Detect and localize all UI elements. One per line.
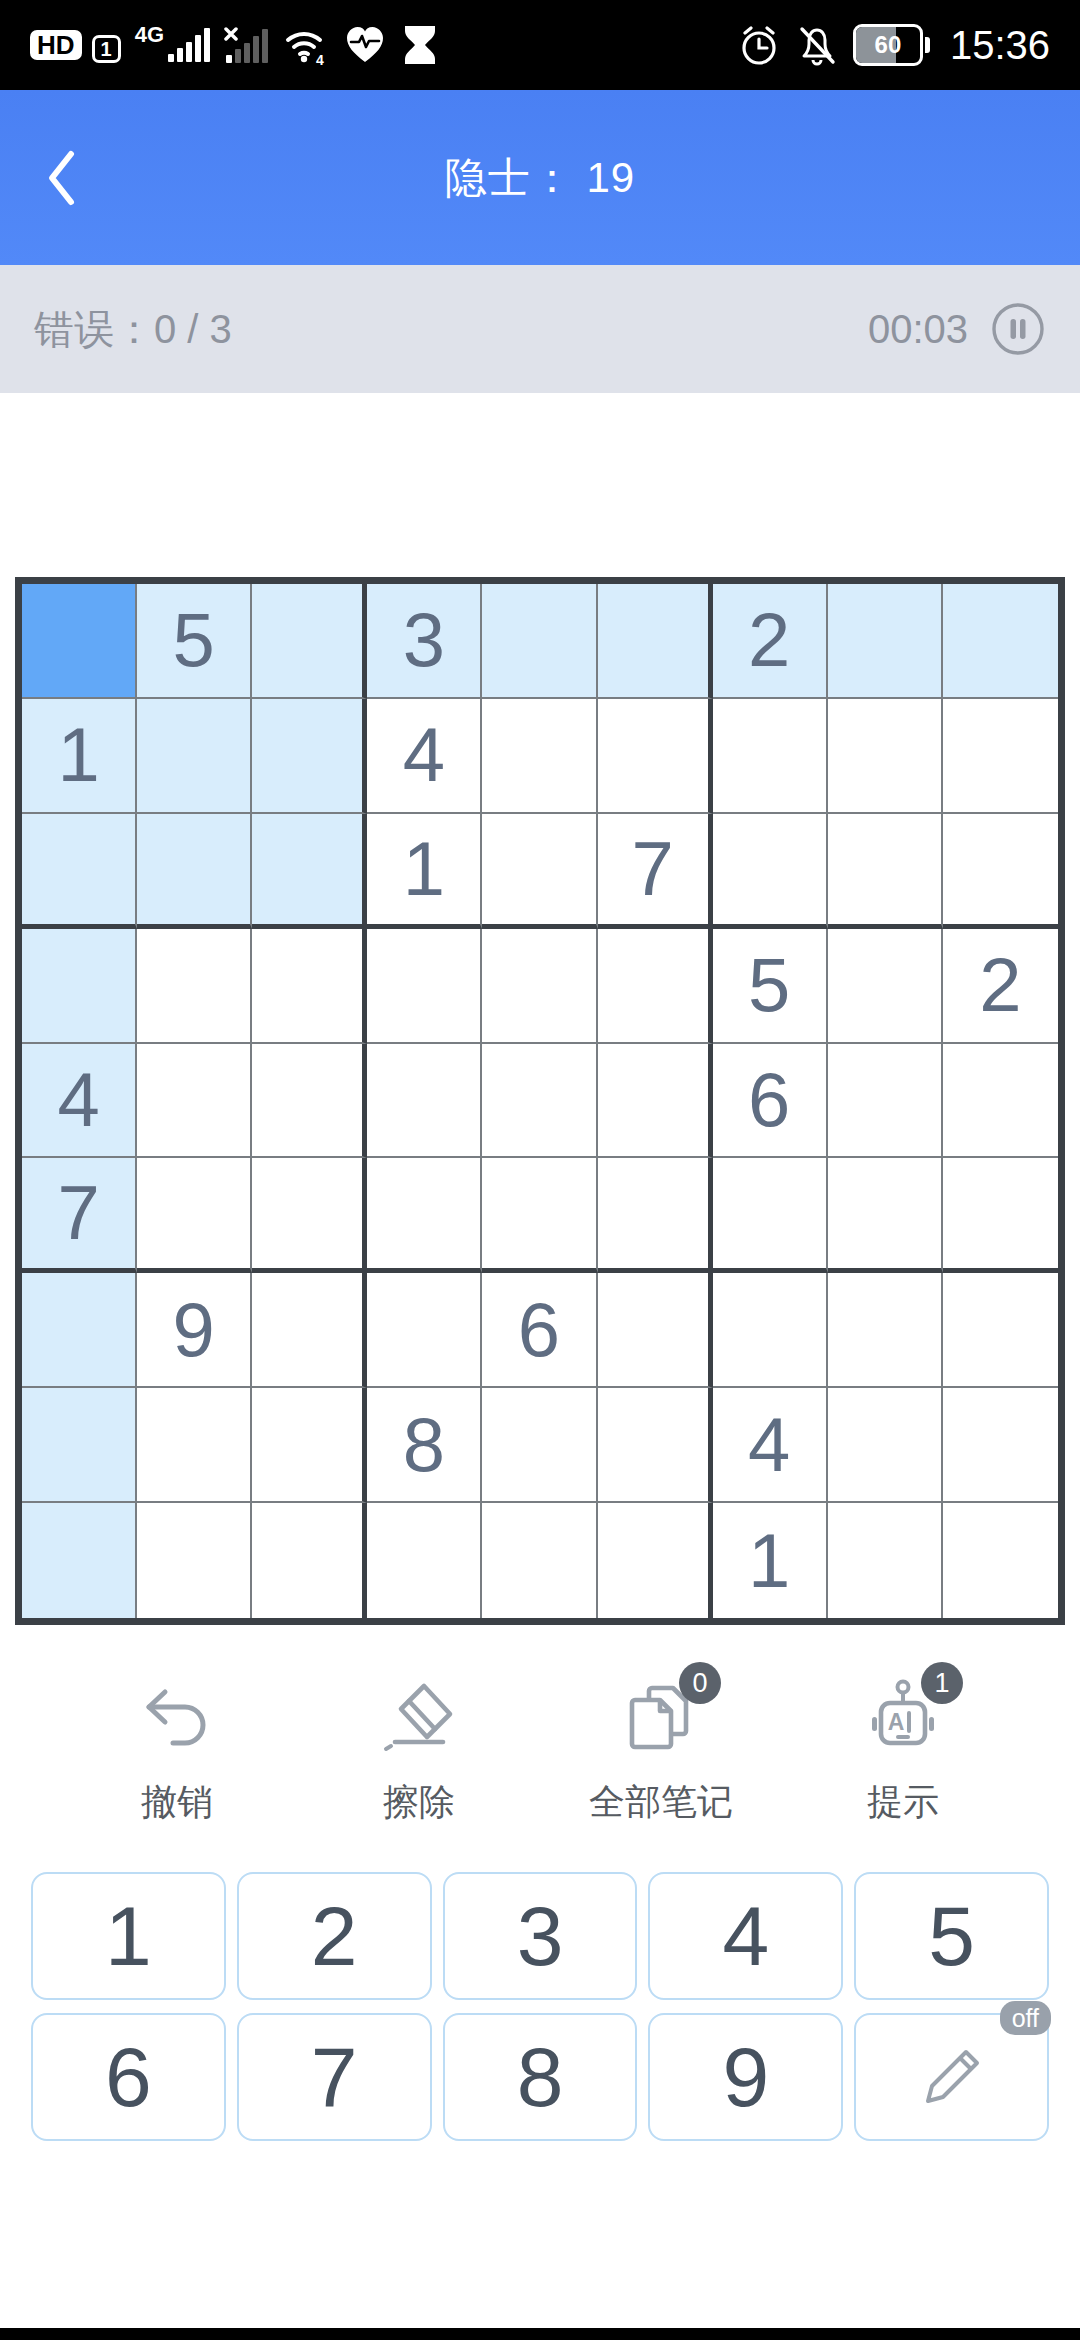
- numpad-key-1[interactable]: 1: [31, 1872, 226, 2000]
- pencil-button[interactable]: off: [854, 2013, 1049, 2141]
- cell-r5c4[interactable]: [367, 1044, 482, 1159]
- signal-bars-icon: [168, 26, 210, 64]
- cell-r8c5[interactable]: [482, 1388, 597, 1503]
- cell-r4c2[interactable]: [137, 929, 252, 1044]
- cell-r5c1[interactable]: 4: [22, 1044, 137, 1159]
- signal-sim2-no-service-icon: [224, 25, 268, 65]
- cell-r1c1[interactable]: [22, 584, 137, 699]
- cell-r1c6[interactable]: [598, 584, 713, 699]
- cell-r1c5[interactable]: [482, 584, 597, 699]
- cell-r3c7[interactable]: [713, 814, 828, 929]
- cell-r5c6[interactable]: [598, 1044, 713, 1159]
- cell-r9c1[interactable]: [22, 1503, 137, 1618]
- cell-r4c8[interactable]: [828, 929, 943, 1044]
- cell-r9c9[interactable]: [943, 1503, 1058, 1618]
- cell-r9c8[interactable]: [828, 1503, 943, 1618]
- numpad: 123456789 off: [31, 1872, 1049, 2141]
- cell-r1c4[interactable]: 3: [367, 584, 482, 699]
- all-notes-label: 全部笔记: [589, 1778, 733, 1827]
- cell-r1c7[interactable]: 2: [713, 584, 828, 699]
- pause-button[interactable]: [990, 301, 1046, 357]
- hint-button[interactable]: A 1 提示: [798, 1676, 1008, 1856]
- sudoku-app-screen: HD 1 4G: [0, 0, 1080, 2340]
- cell-r8c3[interactable]: [252, 1388, 367, 1503]
- sim1-badge-icon: 1: [92, 35, 121, 63]
- hourglass-icon: [402, 24, 438, 66]
- cell-r4c7[interactable]: 5: [713, 929, 828, 1044]
- cell-r3c3[interactable]: [252, 814, 367, 929]
- numpad-key-9[interactable]: 9: [648, 2013, 843, 2141]
- wifi-icon: 4: [282, 25, 330, 65]
- erase-label: 擦除: [383, 1778, 455, 1827]
- cell-r8c4[interactable]: 8: [367, 1388, 482, 1503]
- eraser-icon: [377, 1676, 461, 1760]
- cell-r7c7[interactable]: [713, 1273, 828, 1388]
- cell-r8c8[interactable]: [828, 1388, 943, 1503]
- cell-r3c8[interactable]: [828, 814, 943, 929]
- cell-r9c6[interactable]: [598, 1503, 713, 1618]
- undo-icon: [135, 1676, 219, 1760]
- cell-r2c5[interactable]: [482, 699, 597, 814]
- svg-text:A: A: [888, 1709, 905, 1735]
- numpad-key-8[interactable]: 8: [443, 2013, 638, 2141]
- cell-r7c1[interactable]: [22, 1273, 137, 1388]
- alarm-clock-icon: [737, 23, 781, 67]
- errors-counter: 错误：0 / 3: [34, 302, 232, 357]
- cell-r4c9[interactable]: 2: [943, 929, 1058, 1044]
- undo-button[interactable]: 撤销: [72, 1676, 282, 1856]
- cell-r3c9[interactable]: [943, 814, 1058, 929]
- signal-sim1-icon: 4G: [135, 26, 210, 64]
- battery-icon: 60: [853, 24, 930, 66]
- battery-nub: [925, 37, 930, 53]
- numpad-key-6[interactable]: 6: [31, 2013, 226, 2141]
- cell-r4c3[interactable]: [252, 929, 367, 1044]
- cell-r6c9[interactable]: [943, 1158, 1058, 1273]
- cell-r5c5[interactable]: [482, 1044, 597, 1159]
- chevron-left-icon: [44, 147, 80, 209]
- battery-percent: 60: [875, 31, 902, 59]
- cell-r8c2[interactable]: [137, 1388, 252, 1503]
- cell-r8c1[interactable]: [22, 1388, 137, 1503]
- all-notes-button[interactable]: 0 全部笔记: [556, 1676, 766, 1856]
- erase-button[interactable]: 擦除: [314, 1676, 524, 1856]
- sudoku-board: 53214175246796841: [15, 577, 1065, 1625]
- cell-r2c3[interactable]: [252, 699, 367, 814]
- clock-time: 15:36: [950, 23, 1050, 68]
- pencil-mode-badge: off: [1000, 2001, 1051, 2035]
- cell-r1c2[interactable]: 5: [137, 584, 252, 699]
- cell-r6c2[interactable]: [137, 1158, 252, 1273]
- cell-r8c7[interactable]: 4: [713, 1388, 828, 1503]
- cell-r5c7[interactable]: 6: [713, 1044, 828, 1159]
- cell-r7c6[interactable]: [598, 1273, 713, 1388]
- svg-text:4: 4: [316, 52, 324, 65]
- cell-r2c2[interactable]: [137, 699, 252, 814]
- gesture-nav-strip: [0, 2328, 1080, 2340]
- app-header: 隐士： 19: [0, 90, 1080, 265]
- cell-r9c4[interactable]: [367, 1503, 482, 1618]
- cell-r6c8[interactable]: [828, 1158, 943, 1273]
- cell-r5c9[interactable]: [943, 1044, 1058, 1159]
- cell-r7c8[interactable]: [828, 1273, 943, 1388]
- cell-r6c1[interactable]: 7: [22, 1158, 137, 1273]
- cell-r3c2[interactable]: [137, 814, 252, 929]
- cell-r6c7[interactable]: [713, 1158, 828, 1273]
- cell-r4c1[interactable]: [22, 929, 137, 1044]
- undo-label: 撤销: [141, 1778, 213, 1827]
- numpad-key-5[interactable]: 5: [854, 1872, 1049, 2000]
- status-left-icons: HD 1 4G: [30, 24, 438, 66]
- numpad-key-4[interactable]: 4: [648, 1872, 843, 2000]
- cell-r4c4[interactable]: [367, 929, 482, 1044]
- cell-r4c5[interactable]: [482, 929, 597, 1044]
- health-heart-icon: [344, 25, 388, 65]
- cell-r7c3[interactable]: [252, 1273, 367, 1388]
- hint-count-badge: 1: [921, 1662, 963, 1704]
- cell-r5c2[interactable]: [137, 1044, 252, 1159]
- cell-r5c3[interactable]: [252, 1044, 367, 1159]
- cell-r6c3[interactable]: [252, 1158, 367, 1273]
- cell-r6c6[interactable]: [598, 1158, 713, 1273]
- cell-r3c5[interactable]: [482, 814, 597, 929]
- cell-r1c3[interactable]: [252, 584, 367, 699]
- cell-r9c7[interactable]: 1: [713, 1503, 828, 1618]
- toolbar: 撤销 擦除 0 全部笔记: [0, 1676, 1080, 1856]
- status-right-icons: 60 15:36: [737, 23, 1050, 68]
- cell-r2c9[interactable]: [943, 699, 1058, 814]
- cell-r5c8[interactable]: [828, 1044, 943, 1159]
- page-title: 隐士： 19: [445, 150, 635, 206]
- bell-muted-icon: [795, 23, 839, 67]
- timer-value: 00:03: [868, 307, 968, 352]
- cell-r2c6[interactable]: [598, 699, 713, 814]
- pencil-icon: [916, 2041, 988, 2113]
- info-bar: 错误：0 / 3 00:03: [0, 265, 1080, 393]
- numpad-key-2[interactable]: 2: [237, 1872, 432, 2000]
- network-type-label: 4G: [135, 22, 164, 48]
- cell-r7c9[interactable]: [943, 1273, 1058, 1388]
- cell-r7c5[interactable]: 6: [482, 1273, 597, 1388]
- cell-r2c8[interactable]: [828, 699, 943, 814]
- back-button[interactable]: [42, 146, 82, 210]
- cell-r3c4[interactable]: 1: [367, 814, 482, 929]
- cell-r9c5[interactable]: [482, 1503, 597, 1618]
- cell-r7c2[interactable]: 9: [137, 1273, 252, 1388]
- numpad-key-3[interactable]: 3: [443, 1872, 638, 2000]
- numpad-key-7[interactable]: 7: [237, 2013, 432, 2141]
- cell-r2c4[interactable]: 4: [367, 699, 482, 814]
- cell-r1c9[interactable]: [943, 584, 1058, 699]
- cell-r9c2[interactable]: [137, 1503, 252, 1618]
- cell-r7c4[interactable]: [367, 1273, 482, 1388]
- cell-r8c9[interactable]: [943, 1388, 1058, 1503]
- cell-r6c4[interactable]: [367, 1158, 482, 1273]
- cell-r2c7[interactable]: [713, 699, 828, 814]
- status-bar: HD 1 4G: [0, 0, 1080, 90]
- cell-r8c6[interactable]: [598, 1388, 713, 1503]
- cell-r4c6[interactable]: [598, 929, 713, 1044]
- hint-label: 提示: [867, 1778, 939, 1827]
- cell-r2c1[interactable]: 1: [22, 699, 137, 814]
- cell-r6c5[interactable]: [482, 1158, 597, 1273]
- cell-r1c8[interactable]: [828, 584, 943, 699]
- cell-r3c1[interactable]: [22, 814, 137, 929]
- cell-r3c6[interactable]: 7: [598, 814, 713, 929]
- cell-r9c3[interactable]: [252, 1503, 367, 1618]
- notes-count-badge: 0: [679, 1662, 721, 1704]
- volte-hd-icon: HD: [30, 30, 82, 60]
